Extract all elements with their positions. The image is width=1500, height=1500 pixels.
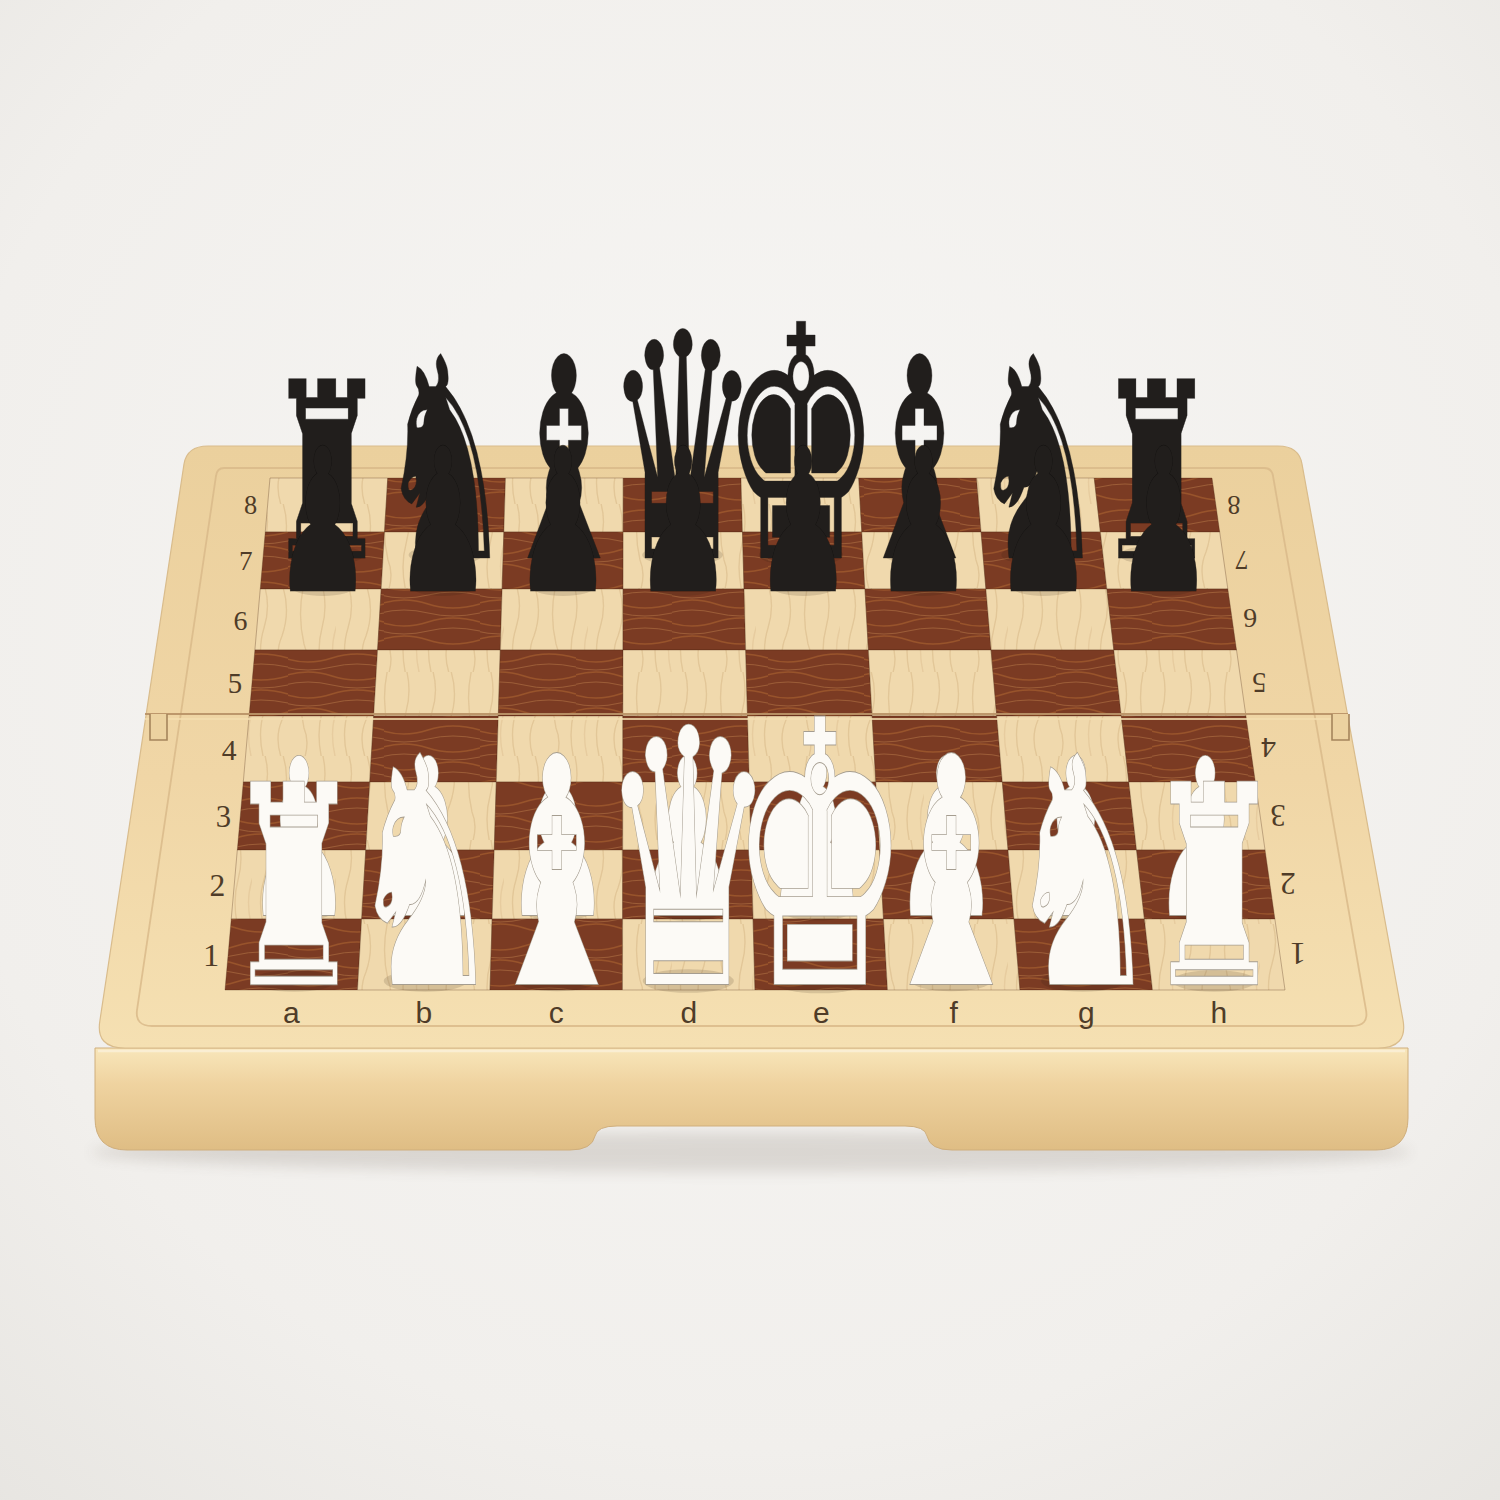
piece-black-pawn-d7[interactable]: ♟ xyxy=(634,405,733,638)
piece-white-rook-a1[interactable]: ♜ xyxy=(225,727,363,1050)
piece-white-rook-h1[interactable]: ♜ xyxy=(1145,727,1283,1050)
rank-label-right-8: 8 xyxy=(1227,490,1240,519)
piece-white-knight-g1[interactable]: ♞ xyxy=(1004,691,1161,1058)
hinge-right xyxy=(1332,714,1349,740)
chessboard-scene: 8877665544332211abcdefgh ♜♞♝♛♚♝♞♜♟♟♟♟♟♟♟… xyxy=(0,0,1500,1500)
piece-black-pawn-h7[interactable]: ♟ xyxy=(1114,405,1213,638)
rank-label-right-1: 1 xyxy=(1290,936,1306,972)
rank-label-right-5: 5 xyxy=(1252,667,1266,699)
piece-black-pawn-g7[interactable]: ♟ xyxy=(994,405,1093,638)
piece-black-pawn-e7[interactable]: ♟ xyxy=(754,405,853,638)
rank-label-left-5: 5 xyxy=(228,667,242,699)
rank-label-left-2: 2 xyxy=(209,868,225,903)
piece-black-pawn-c7[interactable]: ♟ xyxy=(514,405,613,638)
rank-label-left-6: 6 xyxy=(234,605,248,636)
piece-black-pawn-a7[interactable]: ♟ xyxy=(273,405,372,638)
piece-black-pawn-b7[interactable]: ♟ xyxy=(393,405,492,638)
rank-label-right-7: 7 xyxy=(1235,545,1249,575)
rank-label-left-1: 1 xyxy=(203,937,219,973)
chess-set-photo: 8877665544332211abcdefgh ♜♞♝♛♚♝♞♜♟♟♟♟♟♟♟… xyxy=(0,0,1500,1500)
rank-label-left-8: 8 xyxy=(244,491,257,520)
rank-label-right-6: 6 xyxy=(1243,603,1257,634)
rank-label-left-7: 7 xyxy=(239,546,253,576)
piece-black-pawn-f7[interactable]: ♟ xyxy=(874,405,973,638)
hinge-left xyxy=(150,714,167,740)
